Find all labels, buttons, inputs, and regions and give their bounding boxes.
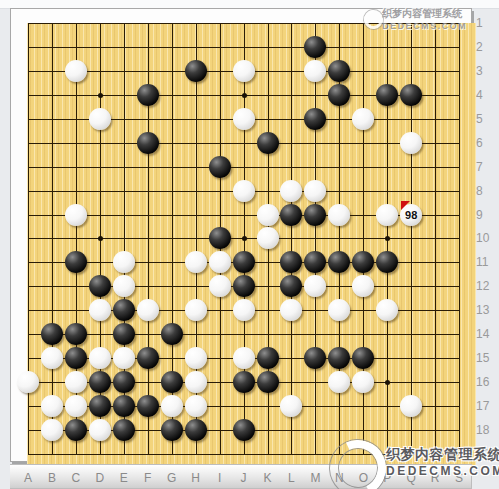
row-label: 5 — [476, 112, 498, 126]
white-stone — [233, 347, 255, 369]
white-stone — [233, 60, 255, 82]
row-label: 10 — [476, 231, 498, 245]
row-label: 9 — [476, 208, 498, 222]
white-stone — [65, 371, 87, 393]
white-stone — [400, 132, 422, 154]
white-stone — [280, 395, 302, 417]
white-stone — [233, 180, 255, 202]
white-stone — [233, 108, 255, 130]
black-stone — [137, 84, 159, 106]
column-label: L — [281, 471, 301, 485]
white-stone — [400, 395, 422, 417]
column-label: H — [186, 471, 206, 485]
black-stone — [113, 371, 135, 393]
white-stone — [185, 347, 207, 369]
white-stone — [161, 395, 183, 417]
black-stone — [233, 371, 255, 393]
white-stone — [257, 227, 279, 249]
column-label: C — [66, 471, 86, 485]
row-label: 6 — [476, 136, 498, 150]
grid-vertical-line — [459, 23, 460, 454]
white-stone — [328, 371, 350, 393]
column-label: F — [138, 471, 158, 485]
column-label: K — [258, 471, 278, 485]
grid-vertical-line — [435, 23, 436, 454]
black-stone — [257, 132, 279, 154]
star-point — [98, 93, 103, 98]
white-stone — [209, 275, 231, 297]
white-stone — [65, 395, 87, 417]
grid-horizontal-line — [28, 334, 460, 335]
watermark-bottom: 织梦内容管理系统 DEDECMS.COM — [326, 438, 499, 488]
watermark-top-domain: DEDECMS.COM — [382, 21, 498, 31]
black-stone — [65, 323, 87, 345]
black-stone — [161, 419, 183, 441]
white-stone — [89, 347, 111, 369]
white-stone — [304, 180, 326, 202]
white-stone — [113, 347, 135, 369]
white-stone — [65, 60, 87, 82]
column-label: G — [162, 471, 182, 485]
column-label: B — [42, 471, 62, 485]
black-stone — [257, 371, 279, 393]
grid-vertical-line — [291, 23, 292, 454]
black-stone — [233, 275, 255, 297]
white-stone — [137, 299, 159, 321]
white-stone — [113, 275, 135, 297]
black-stone — [209, 227, 231, 249]
black-stone — [113, 323, 135, 345]
black-stone — [113, 299, 135, 321]
black-stone — [233, 419, 255, 441]
dedecms-logo-icon — [322, 432, 394, 489]
row-label: 11 — [476, 255, 498, 269]
row-label: 8 — [476, 184, 498, 198]
white-stone — [89, 299, 111, 321]
last-move-marker-icon — [401, 201, 410, 210]
black-stone — [209, 156, 231, 178]
white-stone — [17, 371, 39, 393]
watermark-bottom-text: 织梦内容管理系统 — [386, 446, 499, 464]
white-stone — [257, 204, 279, 226]
black-stone — [89, 371, 111, 393]
black-stone — [257, 347, 279, 369]
white-stone — [185, 299, 207, 321]
black-stone — [137, 132, 159, 154]
row-label: 18 — [476, 423, 498, 437]
white-stone — [113, 251, 135, 273]
white-stone — [185, 395, 207, 417]
row-label: 15 — [476, 351, 498, 365]
watermark-top-text: 织梦内容管理系统 — [382, 7, 498, 21]
black-stone — [65, 347, 87, 369]
white-stone — [352, 371, 374, 393]
row-label: 3 — [476, 64, 498, 78]
black-stone — [185, 419, 207, 441]
column-label: I — [210, 471, 230, 485]
watermark-top: 织梦内容管理系统 DEDECMS.COM — [366, 7, 498, 31]
black-stone — [280, 204, 302, 226]
black-stone — [89, 395, 111, 417]
white-stone — [41, 395, 63, 417]
grid-vertical-line — [315, 23, 316, 454]
white-stone — [41, 419, 63, 441]
black-stone — [185, 60, 207, 82]
black-stone — [137, 395, 159, 417]
black-stone — [65, 419, 87, 441]
column-label: E — [114, 471, 134, 485]
black-stone — [89, 275, 111, 297]
row-label: 2 — [476, 40, 498, 54]
column-label: D — [90, 471, 110, 485]
white-stone — [89, 108, 111, 130]
white-stone — [328, 204, 350, 226]
column-label: J — [234, 471, 254, 485]
row-label: 16 — [476, 375, 498, 389]
black-stone — [161, 371, 183, 393]
column-label: A — [18, 471, 38, 485]
white-stone — [376, 204, 398, 226]
white-stone — [41, 347, 63, 369]
black-stone — [137, 347, 159, 369]
white-stone — [65, 204, 87, 226]
black-stone — [113, 395, 135, 417]
row-label: 13 — [476, 303, 498, 317]
row-label: 14 — [476, 327, 498, 341]
row-label: 17 — [476, 399, 498, 413]
black-stone — [113, 419, 135, 441]
row-label: 7 — [476, 160, 498, 174]
black-stone — [304, 204, 326, 226]
star-point — [242, 93, 247, 98]
watermark-bottom-domain: DEDECMS.COM — [386, 464, 499, 478]
column-label: M — [305, 471, 325, 485]
row-label: 12 — [476, 279, 498, 293]
black-stone — [161, 323, 183, 345]
page: 织梦内容管理系统 DEDECMS.COM 织梦内容管理系统 DEDECMS.CO… — [0, 0, 499, 489]
white-stone — [280, 180, 302, 202]
white-stone — [185, 371, 207, 393]
white-stone — [185, 251, 207, 273]
black-stone — [233, 251, 255, 273]
white-stone — [89, 419, 111, 441]
white-stone — [209, 251, 231, 273]
row-label: 4 — [476, 88, 498, 102]
black-stone — [41, 323, 63, 345]
white-stone — [233, 299, 255, 321]
